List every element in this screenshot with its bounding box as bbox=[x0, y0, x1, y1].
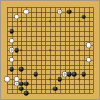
star-point bbox=[78, 49, 80, 51]
white-stone bbox=[86, 57, 91, 62]
black-stone bbox=[67, 9, 72, 14]
grid-line bbox=[7, 93, 93, 94]
grid-line bbox=[55, 7, 56, 93]
go-board[interactable] bbox=[1, 1, 99, 99]
black-stone bbox=[81, 14, 86, 19]
black-stone bbox=[81, 72, 86, 77]
star-point bbox=[21, 49, 23, 51]
go-board-diagram bbox=[0, 0, 100, 100]
star-point bbox=[21, 78, 23, 80]
black-stone bbox=[19, 67, 24, 72]
white-stone bbox=[9, 57, 14, 62]
black-stone bbox=[53, 86, 58, 91]
grid-line bbox=[74, 7, 75, 93]
stone-marker bbox=[15, 83, 18, 86]
grid-line bbox=[7, 74, 93, 75]
star-point bbox=[49, 21, 51, 23]
stone-marker bbox=[63, 73, 66, 76]
grid-line bbox=[7, 65, 93, 66]
star-point bbox=[21, 21, 23, 23]
grid-line bbox=[93, 7, 94, 93]
white-stone bbox=[86, 43, 91, 48]
white-stone bbox=[5, 77, 10, 82]
grid-line bbox=[7, 60, 93, 61]
star-point bbox=[49, 49, 51, 51]
black-stone bbox=[14, 48, 19, 53]
star-point bbox=[49, 78, 51, 80]
star-point bbox=[78, 78, 80, 80]
white-stone bbox=[9, 38, 14, 43]
star-point bbox=[78, 21, 80, 23]
black-stone bbox=[24, 81, 29, 86]
black-stone bbox=[19, 86, 24, 91]
grid-line bbox=[65, 7, 66, 93]
white-stone bbox=[57, 9, 62, 14]
stone-marker bbox=[59, 11, 62, 14]
white-stone bbox=[14, 14, 19, 19]
white-stone bbox=[24, 9, 29, 14]
grid-line bbox=[69, 7, 70, 93]
grid-line bbox=[84, 7, 85, 93]
grid-line bbox=[7, 55, 93, 56]
black-stone bbox=[9, 29, 14, 34]
black-stone bbox=[33, 72, 38, 77]
black-stone bbox=[72, 72, 77, 77]
black-stone bbox=[24, 91, 29, 96]
black-stone bbox=[57, 77, 62, 82]
black-stone bbox=[9, 67, 14, 72]
stone-marker bbox=[11, 49, 14, 52]
grid-line bbox=[89, 7, 90, 93]
